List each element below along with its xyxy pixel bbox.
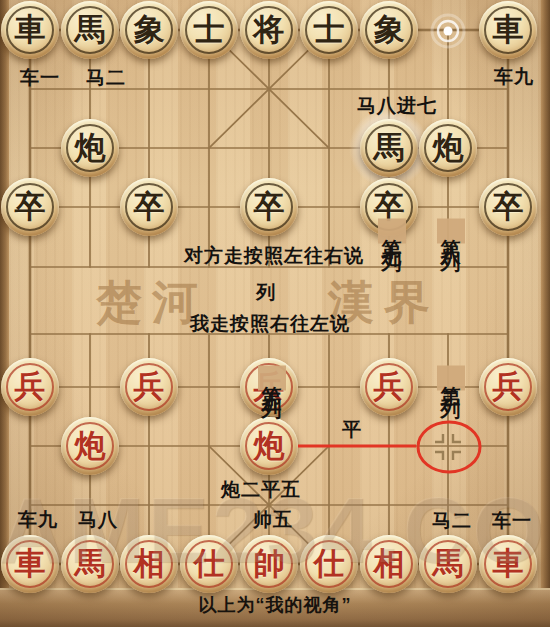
piece-black-cannon-left[interactable]: 炮 bbox=[61, 119, 119, 177]
piece-black-cannon-right[interactable]: 炮 bbox=[419, 119, 477, 177]
column-number-label: 第七列 bbox=[378, 219, 406, 244]
piece-character: 象 bbox=[120, 1, 178, 59]
piece-character: 兵 bbox=[120, 358, 178, 416]
move-annotation-label: 帅五 bbox=[253, 507, 293, 533]
piece-character: 卒 bbox=[120, 178, 178, 236]
piece-red-soldier-4[interactable]: 兵 bbox=[360, 358, 418, 416]
piece-character: 帥 bbox=[240, 535, 298, 593]
piece-character: 卒 bbox=[240, 178, 298, 236]
piece-character: 馬 bbox=[360, 119, 418, 177]
piece-character: 士 bbox=[180, 1, 238, 59]
piece-red-soldier-2[interactable]: 兵 bbox=[120, 358, 178, 416]
piece-black-rook-right[interactable]: 車 bbox=[479, 1, 537, 59]
piece-red-advisor-right[interactable]: 仕 bbox=[300, 535, 358, 593]
piece-character: 兵 bbox=[479, 358, 537, 416]
piece-character: 車 bbox=[479, 1, 537, 59]
piece-red-general[interactable]: 帥 bbox=[240, 535, 298, 593]
piece-red-soldier-1[interactable]: 兵 bbox=[1, 358, 59, 416]
move-annotation-label: 列 bbox=[256, 280, 276, 306]
move-annotation-label: 马八 bbox=[78, 507, 118, 533]
piece-character: 将 bbox=[240, 1, 298, 59]
piece-character: 象 bbox=[360, 1, 418, 59]
piece-character: 相 bbox=[120, 535, 178, 593]
piece-character: 仕 bbox=[180, 535, 238, 593]
piece-black-rook-left[interactable]: 車 bbox=[1, 1, 59, 59]
piece-red-horse-right[interactable]: 馬 bbox=[419, 535, 477, 593]
xiangqi-board: 楚河 漢界 車馬象士将士象車炮馬炮卒卒卒卒卒兵兵兵兵兵炮炮車馬相仕帥仕相馬車 G… bbox=[0, 0, 550, 627]
column-number-label: 第五列 bbox=[258, 366, 286, 391]
piece-character: 兵 bbox=[1, 358, 59, 416]
piece-black-horse-right-moved[interactable]: 馬 bbox=[360, 119, 418, 177]
piece-character: 仕 bbox=[300, 535, 358, 593]
move-annotation-label: 炮二平五 bbox=[221, 477, 301, 503]
piece-red-cannon-moved[interactable]: 炮 bbox=[240, 417, 298, 475]
piece-red-advisor-left[interactable]: 仕 bbox=[180, 535, 238, 593]
piece-character: 車 bbox=[479, 535, 537, 593]
move-annotation-label: 车一 bbox=[20, 65, 60, 91]
move-annotation-label: 车一 bbox=[492, 508, 532, 534]
piece-black-advisor-left[interactable]: 士 bbox=[180, 1, 238, 59]
piece-black-soldier-2[interactable]: 卒 bbox=[120, 178, 178, 236]
piece-black-elephant-right[interactable]: 象 bbox=[360, 1, 418, 59]
piece-character: 士 bbox=[300, 1, 358, 59]
piece-character: 馬 bbox=[419, 535, 477, 593]
piece-character: 車 bbox=[1, 535, 59, 593]
move-annotation-label: 对方走按照左往右说 bbox=[184, 243, 364, 269]
piece-character: 炮 bbox=[240, 417, 298, 475]
piece-red-rook-right[interactable]: 車 bbox=[479, 535, 537, 593]
piece-red-soldier-5[interactable]: 兵 bbox=[479, 358, 537, 416]
piece-character: 炮 bbox=[61, 119, 119, 177]
piece-black-soldier-5[interactable]: 卒 bbox=[479, 178, 537, 236]
piece-character: 車 bbox=[1, 1, 59, 59]
move-annotation-label: 马二 bbox=[432, 508, 472, 534]
piece-red-rook-left[interactable]: 車 bbox=[1, 535, 59, 593]
piece-character: 兵 bbox=[360, 358, 418, 416]
move-annotation-label: 车九 bbox=[494, 64, 534, 90]
column-number-label: 第二列 bbox=[437, 366, 465, 391]
piece-character: 卒 bbox=[479, 178, 537, 236]
move-annotation-label: 平 bbox=[342, 417, 362, 443]
move-annotation-label: 车九 bbox=[18, 507, 58, 533]
move-annotation-label: 马八进七 bbox=[357, 93, 437, 119]
caption-viewpoint: 以上为“我的视角” bbox=[199, 593, 352, 617]
move-annotation-label: 马二 bbox=[86, 65, 126, 91]
piece-black-soldier-1[interactable]: 卒 bbox=[1, 178, 59, 236]
piece-black-advisor-right[interactable]: 士 bbox=[300, 1, 358, 59]
piece-character: 炮 bbox=[61, 417, 119, 475]
piece-character: 馬 bbox=[61, 1, 119, 59]
piece-red-cannon-left[interactable]: 炮 bbox=[61, 417, 119, 475]
move-annotation-label: 我走按照右往左说 bbox=[190, 311, 350, 337]
piece-red-elephant-right[interactable]: 相 bbox=[360, 535, 418, 593]
column-number-label: 第八列 bbox=[437, 219, 465, 244]
piece-black-general[interactable]: 将 bbox=[240, 1, 298, 59]
piece-character: 炮 bbox=[419, 119, 477, 177]
piece-black-horse-left[interactable]: 馬 bbox=[61, 1, 119, 59]
piece-character: 卒 bbox=[1, 178, 59, 236]
piece-red-elephant-left[interactable]: 相 bbox=[120, 535, 178, 593]
piece-black-elephant-left[interactable]: 象 bbox=[120, 1, 178, 59]
piece-character: 相 bbox=[360, 535, 418, 593]
piece-character: 馬 bbox=[61, 535, 119, 593]
piece-black-soldier-3[interactable]: 卒 bbox=[240, 178, 298, 236]
piece-red-horse-left[interactable]: 馬 bbox=[61, 535, 119, 593]
